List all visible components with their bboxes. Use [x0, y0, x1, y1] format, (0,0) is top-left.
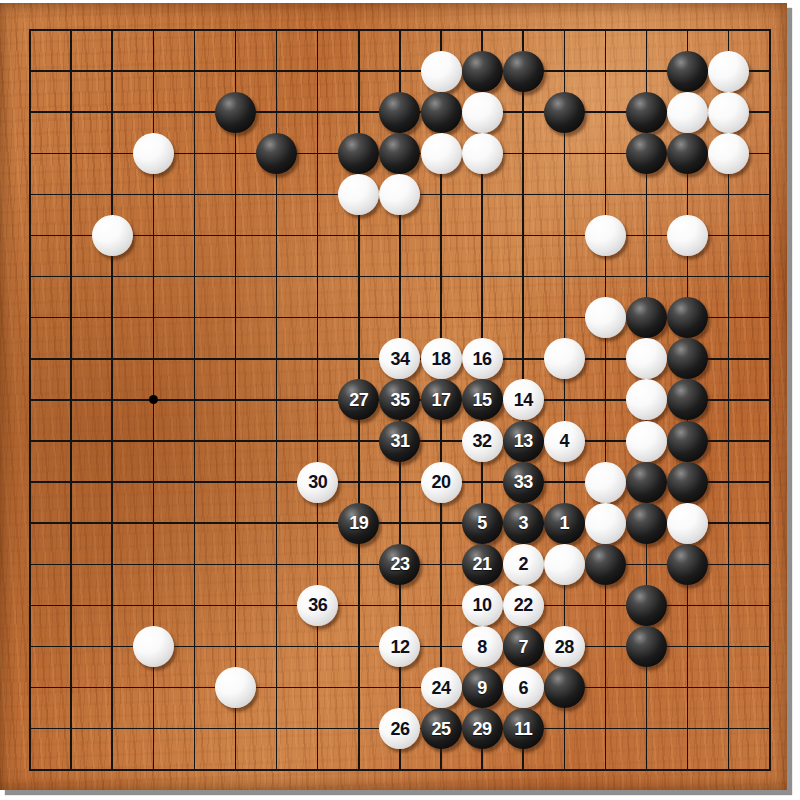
stone-move-19[interactable]: 19 — [338, 503, 379, 544]
stone-white-c15-r8[interactable] — [626, 338, 667, 379]
stone-move-31[interactable]: 31 — [379, 421, 420, 462]
stone-move-2[interactable]: 2 — [503, 544, 544, 585]
stone-white-c11-r2[interactable] — [462, 92, 503, 133]
stone-move-7[interactable]: 7 — [503, 626, 544, 667]
stone-white-c5-r16[interactable] — [215, 667, 256, 708]
stone-black-c9-r3[interactable] — [379, 133, 420, 174]
stone-white-c17-r2[interactable] — [708, 92, 749, 133]
stone-white-c13-r13[interactable] — [544, 544, 585, 585]
stone-move-23[interactable]: 23 — [379, 544, 420, 585]
stone-black-c15-r3[interactable] — [626, 133, 667, 174]
stone-white-c3-r15[interactable] — [133, 626, 174, 667]
stone-black-c15-r15[interactable] — [626, 626, 667, 667]
stone-move-10[interactable]: 10 — [462, 585, 503, 626]
stone-black-c16-r3[interactable] — [667, 133, 708, 174]
stone-white-c10-r1[interactable] — [421, 51, 462, 92]
stone-white-c16-r5[interactable] — [667, 215, 708, 256]
stone-black-c15-r2[interactable] — [626, 92, 667, 133]
stone-white-c16-r2[interactable] — [667, 92, 708, 133]
stone-black-c15-r11[interactable] — [626, 462, 667, 503]
stone-black-c14-r13[interactable] — [585, 544, 626, 585]
stone-black-c13-r2[interactable] — [544, 92, 585, 133]
stone-move-32[interactable]: 32 — [462, 421, 503, 462]
stone-black-c13-r16[interactable] — [544, 667, 585, 708]
stone-white-c15-r10[interactable] — [626, 421, 667, 462]
stone-white-c14-r11[interactable] — [585, 462, 626, 503]
stone-black-c15-r14[interactable] — [626, 585, 667, 626]
stone-move-30[interactable]: 30 — [297, 462, 338, 503]
stone-black-c15-r7[interactable] — [626, 297, 667, 338]
stone-move-14[interactable]: 14 — [503, 379, 544, 420]
stone-black-c8-r3[interactable] — [338, 133, 379, 174]
stone-move-29[interactable]: 29 — [462, 708, 503, 749]
stone-move-36[interactable]: 36 — [297, 585, 338, 626]
go-diagram-page: 3418162735171514313213430203319531232123… — [0, 0, 800, 800]
stone-move-6[interactable]: 6 — [503, 667, 544, 708]
stone-black-c16-r11[interactable] — [667, 462, 708, 503]
stone-white-c14-r5[interactable] — [585, 215, 626, 256]
stone-white-c2-r5[interactable] — [92, 215, 133, 256]
stone-move-21[interactable]: 21 — [462, 544, 503, 585]
stone-white-c14-r12[interactable] — [585, 503, 626, 544]
stone-black-c15-r12[interactable] — [626, 503, 667, 544]
stone-move-4[interactable]: 4 — [544, 421, 585, 462]
stone-move-13[interactable]: 13 — [503, 421, 544, 462]
stone-white-c14-r7[interactable] — [585, 297, 626, 338]
stone-black-c9-r2[interactable] — [379, 92, 420, 133]
stone-move-16[interactable]: 16 — [462, 338, 503, 379]
stone-move-22[interactable]: 22 — [503, 585, 544, 626]
stone-move-9[interactable]: 9 — [462, 667, 503, 708]
stone-black-c12-r1[interactable] — [503, 51, 544, 92]
stone-move-24[interactable]: 24 — [421, 667, 462, 708]
stone-black-c16-r7[interactable] — [667, 297, 708, 338]
stone-move-28[interactable]: 28 — [544, 626, 585, 667]
stone-move-20[interactable]: 20 — [421, 462, 462, 503]
stone-white-c8-r4[interactable] — [338, 174, 379, 215]
stone-move-17[interactable]: 17 — [421, 379, 462, 420]
stone-black-c10-r2[interactable] — [421, 92, 462, 133]
stone-white-c17-r3[interactable] — [708, 133, 749, 174]
stone-white-c9-r4[interactable] — [379, 174, 420, 215]
stone-white-c13-r8[interactable] — [544, 338, 585, 379]
stone-move-25[interactable]: 25 — [421, 708, 462, 749]
stone-black-c11-r1[interactable] — [462, 51, 503, 92]
stone-move-33[interactable]: 33 — [503, 462, 544, 503]
stone-black-c5-r2[interactable] — [215, 92, 256, 133]
stone-move-5[interactable]: 5 — [462, 503, 503, 544]
stone-black-c16-r1[interactable] — [667, 51, 708, 92]
stone-move-15[interactable]: 15 — [462, 379, 503, 420]
stone-white-c16-r12[interactable] — [667, 503, 708, 544]
stone-move-11[interactable]: 11 — [503, 708, 544, 749]
stone-white-c17-r1[interactable] — [708, 51, 749, 92]
stone-black-c6-r3[interactable] — [256, 133, 297, 174]
stone-move-18[interactable]: 18 — [421, 338, 462, 379]
stone-white-c10-r3[interactable] — [421, 133, 462, 174]
stone-white-c3-r3[interactable] — [133, 133, 174, 174]
stone-move-1[interactable]: 1 — [544, 503, 585, 544]
stone-white-c11-r3[interactable] — [462, 133, 503, 174]
stone-black-c16-r10[interactable] — [667, 421, 708, 462]
stone-black-c16-r13[interactable] — [667, 544, 708, 585]
stone-move-8[interactable]: 8 — [462, 626, 503, 667]
stone-move-3[interactable]: 3 — [503, 503, 544, 544]
